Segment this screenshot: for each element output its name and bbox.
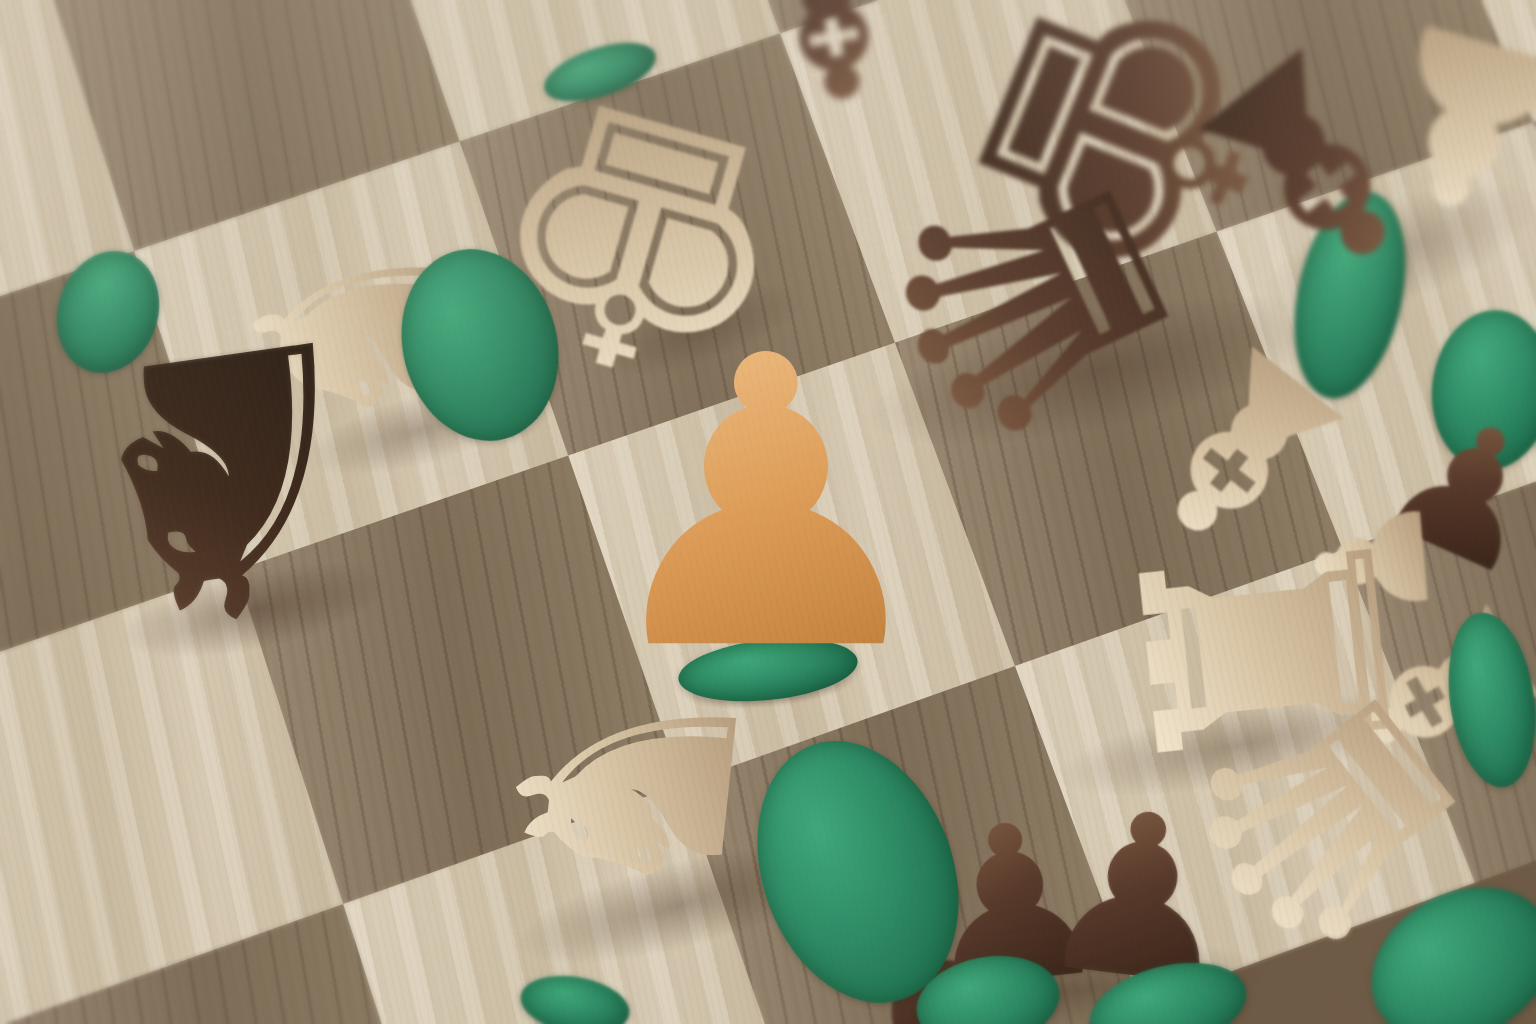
chess-board [0, 0, 1536, 1024]
chess-photo-scene: ♞♞♚♚♛♝♝♟♝♟♜♝♛♞♟♟♟♟♟ [0, 0, 1536, 1024]
